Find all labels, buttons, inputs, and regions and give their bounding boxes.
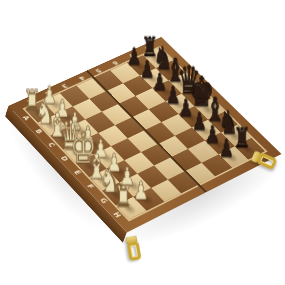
photo-stage: ♜♞♝♛♚♝♞♜♟♟♟♟♟♟♟♟♟♟♟♟♟♟♟♟♜♞♝♛♚♝♞♜ ABCDEFG… (0, 0, 285, 285)
square-h7[interactable]: ♟ (218, 146, 248, 168)
piece-black-pawn[interactable]: ♟ (203, 136, 249, 160)
board-grid: ♜♞♝♛♚♝♞♜♟♟♟♟♟♟♟♟♟♟♟♟♟♟♟♟♜♞♝♛♚♝♞♜ (25, 48, 265, 220)
chess-board: ♜♞♝♛♚♝♞♜♟♟♟♟♟♟♟♟♟♟♟♟♟♟♟♟♜♞♝♛♚♝♞♜ ABCDEFG… (9, 37, 282, 233)
board-frame: ♜♞♝♛♚♝♞♜♟♟♟♟♟♟♟♟♟♟♟♟♟♟♟♟♜♞♝♛♚♝♞♜ ABCDEFG… (9, 37, 282, 233)
scene: ♜♞♝♛♚♝♞♜♟♟♟♟♟♟♟♟♟♟♟♟♟♟♟♟♜♞♝♛♚♝♞♜ ABCDEFG… (0, 0, 285, 285)
piece-white-rook[interactable]: ♜ (100, 183, 147, 212)
